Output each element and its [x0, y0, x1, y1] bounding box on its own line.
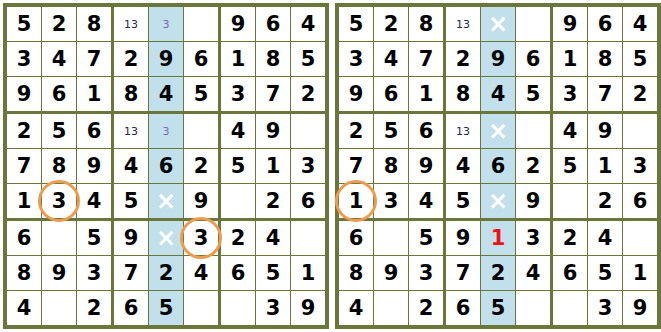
cell-r4c2[interactable]: 5	[374, 114, 409, 149]
cell-r1c3[interactable]: 8	[409, 7, 446, 42]
cell-r8c6[interactable]: 4	[516, 256, 553, 291]
cell-r8c1[interactable]: 8	[339, 256, 374, 291]
cell-r3c5[interactable]: 4	[481, 77, 516, 114]
cell-r3c1[interactable]: 9	[339, 77, 374, 114]
cell-r7c3[interactable]: 5	[409, 221, 446, 256]
cell-r4c4[interactable]: 13	[446, 114, 481, 149]
cell-r5c2[interactable]: 8	[374, 149, 409, 184]
cell-r2c1[interactable]: 3	[339, 42, 374, 77]
cell-r3c9[interactable]: 2	[623, 77, 657, 114]
cell-r3c2[interactable]: 6	[42, 77, 77, 114]
cell-r7c2[interactable]	[42, 221, 77, 256]
cell-r5c3[interactable]: 9	[77, 149, 114, 184]
cell-r4c5[interactable]: 3	[149, 114, 184, 149]
cell-r1c8[interactable]: 6	[256, 7, 291, 42]
cell-r9c7[interactable]	[553, 291, 588, 325]
cell-r4c8[interactable]: 9	[588, 114, 623, 149]
cell-r4c2[interactable]: 5	[42, 114, 77, 149]
cell-r8c1[interactable]: 8	[7, 256, 42, 291]
cell-r9c5[interactable]: 5	[481, 291, 516, 325]
cell-r5c5[interactable]: 6	[149, 149, 184, 184]
cell-r1c5[interactable]: ×	[481, 7, 516, 42]
cell-r6c1[interactable]: 1	[339, 184, 374, 221]
cell-r3c3[interactable]: 1	[409, 77, 446, 114]
cell-r7c5[interactable]: 1	[481, 221, 516, 256]
cell-r6c5[interactable]: ×	[481, 184, 516, 221]
cell-r8c9[interactable]: 1	[623, 256, 657, 291]
cell-r6c3[interactable]: 4	[77, 184, 114, 221]
cell-r3c6[interactable]: 5	[184, 77, 221, 114]
cell-r2c7[interactable]: 1	[221, 42, 256, 77]
cell-r8c9[interactable]: 1	[291, 256, 325, 291]
cell-r5c9[interactable]: 3	[291, 149, 325, 184]
cell-r8c8[interactable]: 5	[256, 256, 291, 291]
cell-r5c4[interactable]: 4	[446, 149, 481, 184]
cell-r3c4[interactable]: 8	[114, 77, 149, 114]
cell-r7c1[interactable]: 6	[7, 221, 42, 256]
cell-r4c9[interactable]	[291, 114, 325, 149]
cell-r2c3[interactable]: 7	[409, 42, 446, 77]
cell-r3c7[interactable]: 3	[553, 77, 588, 114]
cell-r9c8[interactable]: 3	[256, 291, 291, 325]
cell-r7c4[interactable]: 9	[446, 221, 481, 256]
cell-r2c7[interactable]: 1	[553, 42, 588, 77]
cell-r4c7[interactable]: 4	[553, 114, 588, 149]
cell-r6c8[interactable]: 2	[588, 184, 623, 221]
cell-r5c3[interactable]: 9	[409, 149, 446, 184]
cell-r1c4[interactable]: 13	[114, 7, 149, 42]
cell-r4c6[interactable]	[516, 114, 553, 149]
cell-r9c6[interactable]	[184, 291, 221, 325]
cell-r8c8[interactable]: 5	[588, 256, 623, 291]
cell-r8c6[interactable]: 4	[184, 256, 221, 291]
cell-r3c6[interactable]: 5	[516, 77, 553, 114]
cell-r7c7[interactable]: 2	[553, 221, 588, 256]
cell-r9c1[interactable]: 4	[339, 291, 374, 325]
cell-r9c4[interactable]: 6	[114, 291, 149, 325]
cell-r4c8[interactable]: 9	[256, 114, 291, 149]
cell-r4c6[interactable]	[184, 114, 221, 149]
cell-r3c8[interactable]: 7	[588, 77, 623, 114]
cell-r4c4[interactable]: 13	[114, 114, 149, 149]
cell-r1c2[interactable]: 2	[374, 7, 409, 42]
cell-r1c1[interactable]: 5	[7, 7, 42, 42]
cell-r4c9[interactable]	[623, 114, 657, 149]
cell-r8c4[interactable]: 7	[446, 256, 481, 291]
cell-r1c8[interactable]: 6	[588, 7, 623, 42]
cell-r2c4[interactable]: 2	[114, 42, 149, 77]
cell-r3c1[interactable]: 9	[7, 77, 42, 114]
cell-r1c6[interactable]	[184, 7, 221, 42]
cell-r6c4[interactable]: 5	[114, 184, 149, 221]
cell-r8c2[interactable]: 9	[374, 256, 409, 291]
cell-r8c2[interactable]: 9	[42, 256, 77, 291]
cell-r7c6[interactable]: 3	[516, 221, 553, 256]
cell-r8c7[interactable]: 6	[553, 256, 588, 291]
cell-r2c4[interactable]: 2	[446, 42, 481, 77]
cell-r7c2[interactable]	[374, 221, 409, 256]
cell-r5c1[interactable]: 7	[7, 149, 42, 184]
cell-r9c1[interactable]: 4	[7, 291, 42, 325]
cell-r6c4[interactable]: 5	[446, 184, 481, 221]
cell-r4c1[interactable]: 2	[339, 114, 374, 149]
cell-r9c7[interactable]	[221, 291, 256, 325]
cell-r9c9[interactable]: 9	[291, 291, 325, 325]
cell-r7c7[interactable]: 2	[221, 221, 256, 256]
cell-r9c9[interactable]: 9	[623, 291, 657, 325]
cell-r7c4[interactable]: 9	[114, 221, 149, 256]
cell-r7c8[interactable]: 4	[588, 221, 623, 256]
cell-r5c5[interactable]: 6	[481, 149, 516, 184]
cell-r1c9[interactable]: 4	[291, 7, 325, 42]
cell-r2c9[interactable]: 5	[291, 42, 325, 77]
cell-r1c1[interactable]: 5	[339, 7, 374, 42]
cell-r6c9[interactable]: 6	[623, 184, 657, 221]
sudoku-grid-left: 5281339643472961859618453722561334978946…	[3, 3, 329, 329]
cell-r9c2[interactable]	[374, 291, 409, 325]
cell-r6c9[interactable]: 6	[291, 184, 325, 221]
cell-r1c9[interactable]: 4	[623, 7, 657, 42]
cell-r5c7[interactable]: 5	[553, 149, 588, 184]
cell-r6c2[interactable]: 3	[374, 184, 409, 221]
cell-r9c4[interactable]: 6	[446, 291, 481, 325]
cell-r6c8[interactable]: 2	[256, 184, 291, 221]
cell-r2c5[interactable]: 9	[481, 42, 516, 77]
cell-r7c5[interactable]: ×	[149, 221, 184, 256]
cell-r1c2[interactable]: 2	[42, 7, 77, 42]
cell-r2c2[interactable]: 4	[42, 42, 77, 77]
cell-r2c6[interactable]: 6	[184, 42, 221, 77]
cell-r5c1[interactable]: 7	[339, 149, 374, 184]
cell-r7c8[interactable]: 4	[256, 221, 291, 256]
cell-r8c5[interactable]: 2	[149, 256, 184, 291]
cell-r2c1[interactable]: 3	[7, 42, 42, 77]
cell-r4c7[interactable]: 4	[221, 114, 256, 149]
cell-r2c6[interactable]: 6	[516, 42, 553, 77]
cell-r6c6[interactable]: 9	[516, 184, 553, 221]
cell-r1c6[interactable]	[516, 7, 553, 42]
cell-r6c3[interactable]: 4	[409, 184, 446, 221]
cell-r6c5[interactable]: ×	[149, 184, 184, 221]
cell-r8c3[interactable]: 3	[409, 256, 446, 291]
cell-r7c3[interactable]: 5	[77, 221, 114, 256]
cell-r8c3[interactable]: 3	[77, 256, 114, 291]
cell-r3c5[interactable]: 4	[149, 77, 184, 114]
cell-r5c9[interactable]: 3	[623, 149, 657, 184]
cell-r2c5[interactable]: 9	[149, 42, 184, 77]
cell-r1c5[interactable]: 3	[149, 7, 184, 42]
cell-r2c8[interactable]: 8	[256, 42, 291, 77]
cell-r1c3[interactable]: 8	[77, 7, 114, 42]
cell-r3c7[interactable]: 3	[221, 77, 256, 114]
cell-r9c3[interactable]: 2	[77, 291, 114, 325]
cell-r4c1[interactable]: 2	[7, 114, 42, 149]
cell-r3c3[interactable]: 1	[77, 77, 114, 114]
cell-r9c3[interactable]: 2	[409, 291, 446, 325]
cell-r6c7[interactable]	[553, 184, 588, 221]
cell-r7c6[interactable]: 3	[184, 221, 221, 256]
cell-r9c5[interactable]: 5	[149, 291, 184, 325]
cell-r5c7[interactable]: 5	[221, 149, 256, 184]
cell-r4c5[interactable]: ×	[481, 114, 516, 149]
cell-r2c3[interactable]: 7	[77, 42, 114, 77]
cell-r6c6[interactable]: 9	[184, 184, 221, 221]
cell-r7c9[interactable]	[291, 221, 325, 256]
cell-r8c4[interactable]: 7	[114, 256, 149, 291]
cell-r1c4[interactable]: 13	[446, 7, 481, 42]
cell-r4c3[interactable]: 6	[77, 114, 114, 149]
cell-r8c5[interactable]: 2	[481, 256, 516, 291]
cell-r8c7[interactable]: 6	[221, 256, 256, 291]
cell-r3c4[interactable]: 8	[446, 77, 481, 114]
cell-r9c6[interactable]	[516, 291, 553, 325]
cell-r9c8[interactable]: 3	[588, 291, 623, 325]
cell-r3c9[interactable]: 2	[291, 77, 325, 114]
cell-r5c8[interactable]: 1	[256, 149, 291, 184]
cell-r1c7[interactable]: 9	[221, 7, 256, 42]
cell-r7c9[interactable]	[623, 221, 657, 256]
cell-r6c1[interactable]: 1	[7, 184, 42, 221]
cell-r5c8[interactable]: 1	[588, 149, 623, 184]
cell-r7c1[interactable]: 6	[339, 221, 374, 256]
cell-r2c2[interactable]: 4	[374, 42, 409, 77]
cell-r6c7[interactable]	[221, 184, 256, 221]
cell-r3c2[interactable]: 6	[374, 77, 409, 114]
sudoku-grid-right: 52813×96434729618596184537225613×4978946…	[335, 3, 661, 329]
cell-r6c2[interactable]: 3	[42, 184, 77, 221]
cell-r5c4[interactable]: 4	[114, 149, 149, 184]
cell-r4c3[interactable]: 6	[409, 114, 446, 149]
cell-r1c7[interactable]: 9	[553, 7, 588, 42]
cell-r9c2[interactable]	[42, 291, 77, 325]
cell-r2c9[interactable]: 5	[623, 42, 657, 77]
cell-r5c2[interactable]: 8	[42, 149, 77, 184]
cell-r5c6[interactable]: 2	[516, 149, 553, 184]
cell-r3c8[interactable]: 7	[256, 77, 291, 114]
cell-r2c8[interactable]: 8	[588, 42, 623, 77]
cell-r5c6[interactable]: 2	[184, 149, 221, 184]
